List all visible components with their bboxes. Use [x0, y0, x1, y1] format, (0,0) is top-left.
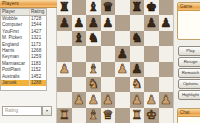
square-b7[interactable]: ♟ [72, 15, 87, 30]
chat-groupbox: Chat [177, 108, 200, 123]
white-queen[interactable]: ♛ [102, 109, 113, 122]
options-button[interactable]: Options [178, 79, 200, 89]
players-table-header: Player Rating [1, 9, 46, 16]
white-pawn[interactable]: ♟ [88, 93, 99, 106]
white-pawn[interactable]: ♟ [59, 62, 70, 75]
resign-button[interactable]: Resign [178, 57, 200, 67]
square-d5[interactable] [101, 46, 116, 61]
black-pawn[interactable]: ♟ [73, 16, 84, 29]
square-b3[interactable] [72, 77, 87, 92]
white-knight[interactable]: ♞ [88, 78, 99, 91]
square-h5[interactable] [159, 46, 174, 61]
square-d7[interactable]: ♟ [101, 15, 116, 30]
white-bishop[interactable]: ♝ [88, 62, 99, 75]
game-groupbox: Game [177, 2, 200, 40]
players-table-body: Wobble1728Computer1544YouFirst1427M. Pic… [1, 16, 46, 86]
square-d1[interactable]: ♛ [101, 108, 116, 123]
square-c8[interactable]: ♝ [86, 0, 101, 15]
square-a8[interactable]: ♜ [57, 0, 72, 15]
black-pawn[interactable]: ♟ [131, 62, 142, 75]
players-window: Players Player Rating Wobble1728Computer… [0, 0, 59, 123]
black-knight[interactable]: ♞ [131, 32, 142, 45]
black-bishop[interactable]: ♝ [88, 1, 99, 14]
black-pawn[interactable]: ♟ [160, 16, 171, 29]
white-rook[interactable]: ♜ [59, 109, 70, 122]
square-a2[interactable] [57, 92, 72, 107]
chat-groupbox-header: Chat [178, 109, 200, 117]
rematch-button[interactable]: Rematch [178, 68, 200, 78]
square-a3[interactable] [57, 77, 72, 92]
square-f2[interactable]: ♟ [130, 92, 145, 107]
player-name: Janusk [1, 80, 30, 86]
square-g2[interactable]: ♟ [144, 92, 159, 107]
rating-column-header[interactable]: Rating [30, 9, 46, 15]
square-e6[interactable] [115, 31, 130, 46]
square-g4[interactable] [144, 62, 159, 77]
white-king[interactable]: ♚ [146, 109, 157, 122]
black-pawn[interactable]: ♟ [102, 16, 113, 29]
game-groupbox-title: Game [180, 4, 192, 9]
square-f5[interactable] [130, 46, 145, 61]
black-rook[interactable]: ♜ [59, 1, 70, 14]
square-a7[interactable]: ♟ [57, 15, 72, 30]
rating-filter-input[interactable]: Rating [2, 106, 42, 116]
player-rating: 1288 [30, 80, 46, 86]
white-pawn[interactable]: ♟ [160, 93, 171, 106]
players-window-title: Players [2, 0, 19, 6]
square-c3[interactable]: ♞ [86, 77, 101, 92]
players-window-titlebar[interactable]: Players [0, 0, 57, 8]
square-e4[interactable]: ♟ [115, 62, 130, 77]
square-d8[interactable]: ♛ [101, 0, 116, 15]
square-d3[interactable] [101, 77, 116, 92]
square-f3[interactable]: ♞ [130, 77, 145, 92]
play-button[interactable]: Play [178, 46, 200, 56]
square-c6[interactable]: ♞ [86, 31, 101, 46]
player-column-header[interactable]: Player [1, 9, 30, 15]
square-f1[interactable]: ♜ [130, 108, 145, 123]
square-g8[interactable]: ♚ [144, 0, 159, 15]
white-rook[interactable]: ♜ [131, 109, 142, 122]
player-row[interactable]: Janusk1288 [1, 80, 46, 86]
black-king[interactable]: ♚ [146, 1, 157, 14]
black-pawn[interactable]: ♟ [88, 16, 99, 29]
square-g7[interactable]: ♟ [144, 15, 159, 30]
square-a5[interactable] [57, 46, 72, 61]
black-knight[interactable]: ♞ [88, 32, 99, 45]
square-g3[interactable] [144, 77, 159, 92]
square-h1[interactable] [159, 108, 174, 123]
white-bishop[interactable]: ♝ [88, 109, 99, 122]
square-h7[interactable]: ♟ [159, 15, 174, 30]
square-e7[interactable] [115, 15, 130, 30]
white-pawn[interactable]: ♟ [131, 93, 142, 106]
square-g6[interactable] [144, 31, 159, 46]
square-a1[interactable]: ♜ [57, 108, 72, 123]
black-pawn[interactable]: ♟ [59, 16, 70, 29]
square-g5[interactable] [144, 46, 159, 61]
square-b1[interactable] [72, 108, 87, 123]
square-e2[interactable] [115, 92, 130, 107]
square-c1[interactable]: ♝ [86, 108, 101, 123]
square-f4[interactable]: ♟ [130, 62, 145, 77]
right-panel: Game PlayResignRematchOptionsHighlight C… [173, 0, 200, 123]
square-e5[interactable]: ♟ [115, 46, 130, 61]
square-h6[interactable] [159, 31, 174, 46]
square-h4[interactable] [159, 62, 174, 77]
black-pawn[interactable]: ♟ [146, 16, 157, 29]
square-h8[interactable] [159, 0, 174, 15]
white-pawn[interactable]: ♟ [102, 93, 113, 106]
square-e8[interactable] [115, 0, 130, 15]
white-pawn[interactable]: ♟ [117, 62, 128, 75]
players-table[interactable]: Player Rating Wobble1728Computer1544YouF… [0, 8, 47, 91]
white-knight[interactable]: ♞ [131, 78, 142, 91]
black-queen[interactable]: ♛ [102, 1, 113, 14]
square-a4[interactable]: ♟ [57, 62, 72, 77]
square-e3[interactable] [115, 77, 130, 92]
game-groupbox-header: Game [178, 3, 200, 11]
square-f8[interactable]: ♜ [130, 0, 145, 15]
white-pawn[interactable]: ♟ [73, 93, 84, 106]
square-h2[interactable]: ♟ [159, 92, 174, 107]
square-c5[interactable] [86, 46, 101, 61]
square-g1[interactable]: ♚ [144, 108, 159, 123]
square-d4[interactable] [101, 62, 116, 77]
square-c4[interactable]: ♝ [86, 62, 101, 77]
square-b8[interactable] [72, 0, 87, 15]
square-b5[interactable] [72, 46, 87, 61]
square-f7[interactable] [130, 15, 145, 30]
square-e1[interactable] [115, 108, 130, 123]
square-f6[interactable]: ♞ [130, 31, 145, 46]
white-pawn[interactable]: ♟ [146, 93, 157, 106]
filter-dropdown-button[interactable]: ▾ [42, 106, 52, 116]
square-b4[interactable] [72, 62, 87, 77]
square-c7[interactable]: ♟ [86, 15, 101, 30]
chess-board[interactable]: ♜♝♛♜♚♟♟♟♟♟♟♝♞♞♟♟♝♟♟♞♞♟♟♟♟♟♟♜♝♛♜♚ [57, 0, 173, 123]
square-d6[interactable] [101, 31, 116, 46]
chat-groupbox-title: Chat [180, 110, 190, 115]
black-rook[interactable]: ♜ [131, 1, 142, 14]
highlight-button[interactable]: Highlight [178, 90, 200, 100]
square-h3[interactable] [159, 77, 174, 92]
black-bishop[interactable]: ♝ [73, 32, 84, 45]
black-pawn[interactable]: ♟ [117, 47, 128, 60]
square-b6[interactable]: ♝ [72, 31, 87, 46]
action-button-stack: PlayResignRematchOptionsHighlight [178, 46, 200, 101]
square-c2[interactable]: ♟ [86, 92, 101, 107]
filter-row: Rating ▾ [1, 106, 55, 115]
square-a6[interactable] [57, 31, 72, 46]
square-b2[interactable]: ♟ [72, 92, 87, 107]
square-d2[interactable]: ♟ [101, 92, 116, 107]
